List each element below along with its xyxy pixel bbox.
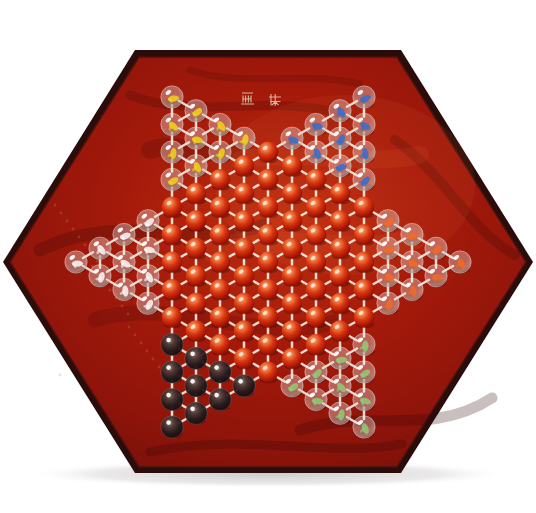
marble-black[interactable] bbox=[185, 375, 207, 398]
marble-black[interactable] bbox=[161, 333, 183, 356]
marble-blue[interactable] bbox=[329, 127, 351, 150]
marble-red[interactable] bbox=[282, 183, 303, 205]
marble-orange[interactable] bbox=[377, 210, 399, 233]
marble-blue[interactable] bbox=[329, 100, 351, 122]
marble-blue[interactable] bbox=[353, 113, 375, 136]
marble-white[interactable] bbox=[113, 278, 135, 301]
marble-blue[interactable] bbox=[329, 155, 351, 178]
marble-red[interactable] bbox=[234, 183, 255, 205]
marble-yellow[interactable] bbox=[209, 113, 231, 136]
marble-red[interactable] bbox=[258, 334, 279, 356]
marble-red[interactable] bbox=[234, 320, 255, 342]
marble-red[interactable] bbox=[282, 293, 303, 315]
marble-red[interactable] bbox=[234, 210, 255, 232]
marble-green[interactable] bbox=[353, 416, 375, 439]
marble-red[interactable] bbox=[186, 293, 207, 315]
marble-red[interactable] bbox=[186, 320, 207, 342]
marble-red[interactable] bbox=[186, 238, 207, 260]
marble-green[interactable] bbox=[305, 388, 327, 411]
marble-black[interactable] bbox=[161, 416, 183, 439]
marble-red[interactable] bbox=[282, 348, 303, 370]
marble-red[interactable] bbox=[210, 169, 231, 191]
marble-red[interactable] bbox=[186, 210, 207, 232]
marble-red[interactable] bbox=[330, 320, 351, 342]
marble-yellow[interactable] bbox=[185, 155, 207, 178]
marble-red[interactable] bbox=[258, 279, 279, 301]
marble-red[interactable] bbox=[354, 279, 375, 301]
marble-red[interactable] bbox=[162, 252, 183, 274]
marble-red[interactable] bbox=[306, 252, 327, 274]
marble-red[interactable] bbox=[186, 265, 207, 287]
marble-yellow[interactable] bbox=[185, 127, 207, 150]
marble-yellow[interactable] bbox=[161, 113, 183, 136]
marble-orange[interactable] bbox=[449, 251, 471, 274]
marble-red[interactable] bbox=[210, 252, 231, 274]
marble-red[interactable] bbox=[234, 348, 255, 370]
marble-blue[interactable] bbox=[353, 86, 375, 108]
marble-red[interactable] bbox=[186, 183, 207, 205]
marble-green[interactable] bbox=[353, 388, 375, 411]
marble-red[interactable] bbox=[258, 252, 279, 274]
chinese-checkers-board: 跳棋 bbox=[0, 0, 536, 513]
marble-white[interactable] bbox=[137, 265, 159, 288]
marble-black[interactable] bbox=[185, 347, 207, 370]
marble-red[interactable] bbox=[306, 307, 327, 329]
marble-green[interactable] bbox=[353, 333, 375, 356]
marble-red[interactable] bbox=[162, 224, 183, 246]
marble-green[interactable] bbox=[353, 361, 375, 384]
marble-yellow[interactable] bbox=[161, 168, 183, 191]
marble-red[interactable] bbox=[330, 210, 351, 232]
marble-yellow[interactable] bbox=[233, 127, 255, 150]
marble-green[interactable] bbox=[329, 402, 351, 425]
marble-white[interactable] bbox=[89, 265, 111, 288]
marble-red[interactable] bbox=[210, 279, 231, 301]
marble-orange[interactable] bbox=[401, 223, 423, 246]
marble-red[interactable] bbox=[330, 293, 351, 315]
marble-black[interactable] bbox=[161, 361, 183, 384]
marble-red[interactable] bbox=[330, 265, 351, 287]
marble-red[interactable] bbox=[330, 183, 351, 205]
marble-red[interactable] bbox=[282, 210, 303, 232]
marble-red[interactable] bbox=[282, 238, 303, 260]
marble-red[interactable] bbox=[330, 238, 351, 260]
marble-black[interactable] bbox=[209, 361, 231, 384]
marble-yellow[interactable] bbox=[209, 141, 231, 164]
marble-red[interactable] bbox=[258, 224, 279, 246]
marble-black[interactable] bbox=[209, 388, 231, 411]
marble-black[interactable] bbox=[161, 388, 183, 411]
marble-blue[interactable] bbox=[305, 113, 327, 136]
marble-orange[interactable] bbox=[377, 237, 399, 259]
marble-red[interactable] bbox=[258, 362, 279, 384]
marble-red[interactable] bbox=[234, 265, 255, 287]
marble-green[interactable] bbox=[329, 375, 351, 398]
marble-white[interactable] bbox=[137, 292, 159, 315]
marble-red[interactable] bbox=[234, 238, 255, 260]
marble-black[interactable] bbox=[233, 375, 255, 398]
marble-red[interactable] bbox=[210, 224, 231, 246]
marble-red[interactable] bbox=[306, 197, 327, 219]
marble-red[interactable] bbox=[210, 334, 231, 356]
marble-red[interactable] bbox=[162, 279, 183, 301]
marble-orange[interactable] bbox=[401, 278, 423, 301]
marble-yellow[interactable] bbox=[185, 100, 207, 122]
marble-red[interactable] bbox=[306, 169, 327, 191]
marble-orange[interactable] bbox=[425, 265, 447, 288]
marble-red[interactable] bbox=[210, 197, 231, 219]
marble-red[interactable] bbox=[258, 169, 279, 191]
marble-blue[interactable] bbox=[353, 168, 375, 191]
marble-red[interactable] bbox=[354, 307, 375, 329]
marble-blue[interactable] bbox=[353, 141, 375, 164]
marble-white[interactable] bbox=[113, 223, 135, 246]
marble-red[interactable] bbox=[258, 197, 279, 219]
marble-white[interactable] bbox=[137, 237, 159, 259]
marble-orange[interactable] bbox=[377, 265, 399, 288]
marble-red[interactable] bbox=[234, 293, 255, 315]
marble-black[interactable] bbox=[185, 402, 207, 425]
marble-green[interactable] bbox=[329, 347, 351, 370]
marble-red[interactable] bbox=[306, 334, 327, 356]
marble-yellow[interactable] bbox=[161, 141, 183, 164]
marble-red[interactable] bbox=[258, 307, 279, 329]
marble-red[interactable] bbox=[354, 252, 375, 274]
chinese-checkers-photo: 跳棋 Overhead photo of a hexagonal red lac… bbox=[0, 0, 536, 513]
marble-red[interactable] bbox=[258, 142, 279, 164]
marble-white[interactable] bbox=[65, 251, 87, 274]
marble-green[interactable] bbox=[281, 375, 303, 398]
marble-green[interactable] bbox=[305, 361, 327, 384]
marble-orange[interactable] bbox=[401, 251, 423, 274]
marble-red[interactable] bbox=[162, 197, 183, 219]
marble-orange[interactable] bbox=[425, 237, 447, 259]
marble-white[interactable] bbox=[89, 237, 111, 259]
marble-red[interactable] bbox=[282, 265, 303, 287]
marble-white[interactable] bbox=[137, 210, 159, 233]
marble-red[interactable] bbox=[306, 279, 327, 301]
marble-blue[interactable] bbox=[305, 141, 327, 164]
marble-red[interactable] bbox=[354, 224, 375, 246]
marble-yellow[interactable] bbox=[161, 86, 183, 108]
marble-red[interactable] bbox=[234, 155, 255, 177]
marble-red[interactable] bbox=[282, 155, 303, 177]
marble-white[interactable] bbox=[113, 251, 135, 274]
marble-red[interactable] bbox=[210, 307, 231, 329]
marble-red[interactable] bbox=[306, 224, 327, 246]
marble-orange[interactable] bbox=[377, 292, 399, 315]
marble-red[interactable] bbox=[162, 307, 183, 329]
marble-blue[interactable] bbox=[281, 127, 303, 150]
marble-red[interactable] bbox=[354, 197, 375, 219]
marble-red[interactable] bbox=[282, 320, 303, 342]
